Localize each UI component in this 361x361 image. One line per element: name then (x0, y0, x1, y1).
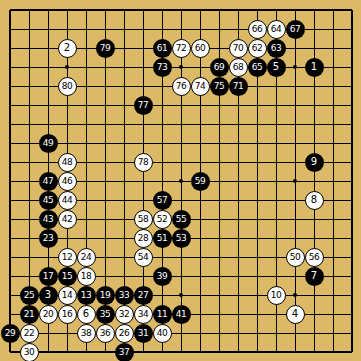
move-number: 12 (62, 253, 72, 262)
move-number: 40 (157, 329, 167, 338)
stone-white-26: 26 (115, 324, 134, 343)
stone-white-52: 52 (153, 210, 172, 229)
move-number: 31 (138, 329, 148, 338)
move-number: 55 (176, 215, 186, 224)
move-number: 51 (157, 234, 167, 243)
stone-white-70: 70 (229, 39, 248, 58)
move-number: 50 (290, 253, 300, 262)
move-number: 34 (138, 310, 148, 319)
move-number: 35 (100, 310, 110, 319)
stone-black-29: 29 (1, 324, 20, 343)
stone-white-68: 68 (229, 58, 248, 77)
stone-white-66: 66 (248, 20, 267, 39)
stone-white-4: 4 (286, 305, 305, 324)
move-number: 18 (81, 272, 91, 281)
move-number: 53 (176, 234, 186, 243)
stone-white-74: 74 (191, 77, 210, 96)
move-number: 6 (83, 309, 89, 319)
move-number: 52 (157, 215, 167, 224)
move-number: 79 (100, 44, 110, 53)
stone-black-47: 47 (39, 172, 58, 191)
go-board-diagram: 1234567891011121314151617181920212223242… (0, 0, 361, 361)
stone-black-21: 21 (20, 305, 39, 324)
stone-black-55: 55 (172, 210, 191, 229)
stone-black-19: 19 (96, 286, 115, 305)
move-number: 42 (62, 215, 72, 224)
move-number: 49 (43, 139, 53, 148)
stone-white-12: 12 (58, 248, 77, 267)
move-number: 7 (311, 271, 317, 281)
move-number: 1 (311, 62, 317, 72)
move-number: 62 (252, 44, 262, 53)
stone-black-59: 59 (191, 172, 210, 191)
move-number: 57 (157, 196, 167, 205)
stone-white-18: 18 (77, 267, 96, 286)
stone-white-58: 58 (134, 210, 153, 229)
stone-black-25: 25 (20, 286, 39, 305)
stone-white-44: 44 (58, 191, 77, 210)
stone-black-77: 77 (134, 96, 153, 115)
stone-black-31: 31 (134, 324, 153, 343)
move-number: 3 (45, 290, 51, 300)
move-number: 75 (214, 82, 224, 91)
stone-black-49: 49 (39, 134, 58, 153)
stone-black-39: 39 (153, 267, 172, 286)
stone-black-51: 51 (153, 229, 172, 248)
move-number: 74 (195, 82, 205, 91)
move-number: 46 (62, 177, 72, 186)
stone-white-56: 56 (305, 248, 324, 267)
move-number: 61 (157, 44, 167, 53)
stone-black-71: 71 (229, 77, 248, 96)
stone-black-53: 53 (172, 229, 191, 248)
stone-white-72: 72 (172, 39, 191, 58)
stone-black-65: 65 (248, 58, 267, 77)
stone-white-46: 46 (58, 172, 77, 191)
move-number: 23 (43, 234, 53, 243)
move-number: 48 (62, 158, 72, 167)
stone-white-36: 36 (96, 324, 115, 343)
move-number: 24 (81, 253, 91, 262)
move-number: 26 (119, 329, 129, 338)
move-number: 80 (62, 82, 72, 91)
move-number: 19 (100, 291, 110, 300)
stone-white-78: 78 (134, 153, 153, 172)
stone-black-15: 15 (58, 267, 77, 286)
move-number: 59 (195, 177, 205, 186)
move-number: 30 (24, 348, 34, 357)
stone-white-24: 24 (77, 248, 96, 267)
stone-white-8: 8 (305, 191, 324, 210)
move-number: 77 (138, 101, 148, 110)
stone-black-5: 5 (267, 58, 286, 77)
move-number: 63 (271, 44, 281, 53)
move-number: 13 (81, 291, 91, 300)
stone-black-73: 73 (153, 58, 172, 77)
stone-black-45: 45 (39, 191, 58, 210)
stone-white-28: 28 (134, 229, 153, 248)
stone-black-41: 41 (172, 305, 191, 324)
stone-black-23: 23 (39, 229, 58, 248)
stones-layer: 1234567891011121314151617181920212223242… (1, 1, 361, 361)
move-number: 15 (62, 272, 72, 281)
stone-white-32: 32 (115, 305, 134, 324)
move-number: 68 (233, 63, 243, 72)
move-number: 8 (311, 195, 317, 205)
stone-black-1: 1 (305, 58, 324, 77)
stone-black-69: 69 (210, 58, 229, 77)
stone-white-48: 48 (58, 153, 77, 172)
move-number: 21 (24, 310, 34, 319)
move-number: 73 (157, 63, 167, 72)
stone-white-50: 50 (286, 248, 305, 267)
move-number: 43 (43, 215, 53, 224)
stone-white-34: 34 (134, 305, 153, 324)
move-number: 20 (43, 310, 53, 319)
stone-black-61: 61 (153, 39, 172, 58)
stone-white-14: 14 (58, 286, 77, 305)
move-number: 2 (64, 43, 70, 53)
stone-black-9: 9 (305, 153, 324, 172)
stone-black-11: 11 (153, 305, 172, 324)
stone-black-37: 37 (115, 343, 134, 361)
stone-black-33: 33 (115, 286, 134, 305)
move-number: 65 (252, 63, 262, 72)
move-number: 25 (24, 291, 34, 300)
move-number: 69 (214, 63, 224, 72)
stone-white-38: 38 (77, 324, 96, 343)
stone-black-17: 17 (39, 267, 58, 286)
stone-black-3: 3 (39, 286, 58, 305)
move-number: 70 (233, 44, 243, 53)
stone-white-16: 16 (58, 305, 77, 324)
move-number: 32 (119, 310, 129, 319)
stone-white-40: 40 (153, 324, 172, 343)
move-number: 78 (138, 158, 148, 167)
move-number: 11 (157, 310, 167, 319)
move-number: 76 (176, 82, 186, 91)
move-number: 28 (138, 234, 148, 243)
move-number: 9 (311, 157, 317, 167)
move-number: 17 (43, 272, 53, 281)
move-number: 60 (195, 44, 205, 53)
move-number: 39 (157, 272, 167, 281)
move-number: 33 (119, 291, 129, 300)
stone-black-63: 63 (267, 39, 286, 58)
stone-white-80: 80 (58, 77, 77, 96)
move-number: 56 (309, 253, 319, 262)
stone-black-7: 7 (305, 267, 324, 286)
stone-white-2: 2 (58, 39, 77, 58)
move-number: 37 (119, 348, 129, 357)
move-number: 10 (271, 291, 281, 300)
move-number: 67 (290, 25, 300, 34)
move-number: 58 (138, 215, 148, 224)
stone-black-57: 57 (153, 191, 172, 210)
move-number: 41 (176, 310, 186, 319)
stone-black-27: 27 (134, 286, 153, 305)
stone-white-76: 76 (172, 77, 191, 96)
move-number: 45 (43, 196, 53, 205)
move-number: 22 (24, 329, 34, 338)
move-number: 27 (138, 291, 148, 300)
stone-white-30: 30 (20, 343, 39, 361)
stone-black-13: 13 (77, 286, 96, 305)
stone-white-20: 20 (39, 305, 58, 324)
move-number: 64 (271, 25, 281, 34)
stone-white-62: 62 (248, 39, 267, 58)
move-number: 47 (43, 177, 53, 186)
stone-white-6: 6 (77, 305, 96, 324)
stone-white-42: 42 (58, 210, 77, 229)
stone-white-22: 22 (20, 324, 39, 343)
move-number: 29 (5, 329, 15, 338)
move-number: 36 (100, 329, 110, 338)
move-number: 54 (138, 253, 148, 262)
move-number: 14 (62, 291, 72, 300)
stone-black-35: 35 (96, 305, 115, 324)
move-number: 4 (292, 309, 298, 319)
move-number: 72 (176, 44, 186, 53)
move-number: 71 (233, 82, 243, 91)
stone-white-54: 54 (134, 248, 153, 267)
move-number: 66 (252, 25, 262, 34)
move-number: 16 (62, 310, 72, 319)
stone-white-64: 64 (267, 20, 286, 39)
stone-black-43: 43 (39, 210, 58, 229)
stone-white-60: 60 (191, 39, 210, 58)
stone-black-75: 75 (210, 77, 229, 96)
move-number: 38 (81, 329, 91, 338)
stone-black-67: 67 (286, 20, 305, 39)
move-number: 44 (62, 196, 72, 205)
stone-white-10: 10 (267, 286, 286, 305)
goban: 1234567891011121314151617181920212223242… (0, 0, 361, 361)
stone-black-79: 79 (96, 39, 115, 58)
move-number: 5 (273, 62, 279, 72)
